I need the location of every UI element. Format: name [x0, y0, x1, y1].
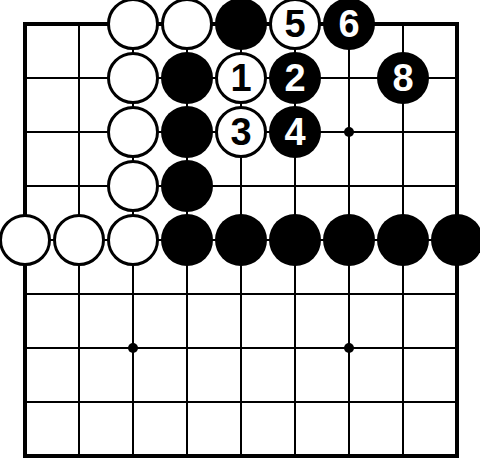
intersection	[0, 375, 52, 429]
intersection	[430, 321, 480, 375]
black-stone	[161, 106, 213, 158]
intersection	[376, 429, 430, 458]
intersection: 2	[268, 51, 322, 105]
white-stone: 3	[215, 106, 267, 158]
black-stone	[431, 214, 480, 266]
intersection	[106, 159, 160, 213]
intersection	[0, 321, 52, 375]
black-stone: 2	[269, 52, 321, 104]
black-stone	[269, 214, 321, 266]
intersection	[430, 0, 480, 51]
white-stone	[107, 160, 159, 212]
intersection	[52, 159, 106, 213]
intersection	[160, 267, 214, 321]
black-stone	[377, 214, 429, 266]
intersection	[160, 0, 214, 51]
intersection: 6	[322, 0, 376, 51]
white-stone	[0, 214, 51, 266]
black-stone	[161, 214, 213, 266]
intersection	[52, 429, 106, 458]
intersection	[430, 375, 480, 429]
move-number: 2	[284, 59, 305, 97]
white-stone	[53, 214, 105, 266]
white-stone: 1	[215, 52, 267, 104]
intersection	[322, 51, 376, 105]
black-stone: 8	[377, 52, 429, 104]
intersection	[268, 159, 322, 213]
intersection	[160, 159, 214, 213]
move-number: 3	[230, 113, 251, 151]
intersection	[268, 429, 322, 458]
intersection-grid: 5612834	[0, 0, 480, 458]
intersection	[106, 321, 160, 375]
intersection	[376, 159, 430, 213]
intersection	[376, 213, 430, 267]
intersection	[106, 429, 160, 458]
intersection	[106, 375, 160, 429]
black-stone	[215, 214, 267, 266]
intersection	[214, 159, 268, 213]
intersection	[106, 0, 160, 51]
white-stone	[161, 0, 213, 50]
move-number: 4	[284, 113, 305, 151]
intersection	[430, 429, 480, 458]
intersection: 8	[376, 51, 430, 105]
intersection	[376, 375, 430, 429]
black-stone	[161, 52, 213, 104]
intersection	[160, 213, 214, 267]
intersection: 4	[268, 105, 322, 159]
intersection	[160, 321, 214, 375]
white-stone	[107, 0, 159, 50]
move-number: 1	[230, 59, 251, 97]
intersection	[0, 0, 52, 51]
white-stone	[107, 52, 159, 104]
intersection	[268, 321, 322, 375]
intersection	[106, 105, 160, 159]
intersection	[322, 429, 376, 458]
intersection	[0, 105, 52, 159]
intersection: 3	[214, 105, 268, 159]
white-stone: 5	[269, 0, 321, 50]
intersection	[0, 267, 52, 321]
intersection	[214, 429, 268, 458]
intersection	[322, 105, 376, 159]
intersection	[268, 375, 322, 429]
intersection	[0, 159, 52, 213]
intersection	[52, 51, 106, 105]
go-board-diagram: 5612834	[0, 0, 480, 458]
intersection	[268, 213, 322, 267]
intersection	[52, 321, 106, 375]
intersection	[52, 213, 106, 267]
intersection	[52, 105, 106, 159]
intersection	[322, 375, 376, 429]
intersection	[376, 321, 430, 375]
intersection	[106, 213, 160, 267]
intersection	[430, 105, 480, 159]
intersection	[52, 267, 106, 321]
intersection	[0, 429, 52, 458]
intersection	[106, 267, 160, 321]
black-stone	[215, 0, 267, 50]
intersection	[160, 51, 214, 105]
move-number: 8	[392, 59, 413, 97]
intersection	[322, 213, 376, 267]
intersection	[214, 321, 268, 375]
intersection	[0, 51, 52, 105]
intersection	[0, 213, 52, 267]
intersection: 5	[268, 0, 322, 51]
intersection	[52, 375, 106, 429]
intersection	[106, 51, 160, 105]
white-stone	[107, 106, 159, 158]
intersection	[322, 321, 376, 375]
intersection	[430, 159, 480, 213]
move-number: 6	[338, 5, 359, 43]
intersection	[268, 267, 322, 321]
intersection	[214, 375, 268, 429]
intersection	[376, 105, 430, 159]
intersection	[430, 213, 480, 267]
black-stone: 6	[323, 0, 375, 50]
intersection	[214, 0, 268, 51]
intersection	[160, 375, 214, 429]
intersection	[214, 213, 268, 267]
intersection	[430, 267, 480, 321]
intersection	[160, 105, 214, 159]
intersection	[322, 267, 376, 321]
intersection	[214, 267, 268, 321]
black-stone	[161, 160, 213, 212]
move-number: 5	[284, 5, 305, 43]
intersection	[376, 0, 430, 51]
intersection	[160, 429, 214, 458]
intersection	[430, 51, 480, 105]
black-stone	[323, 214, 375, 266]
intersection	[322, 159, 376, 213]
black-stone: 4	[269, 106, 321, 158]
intersection: 1	[214, 51, 268, 105]
intersection	[376, 267, 430, 321]
white-stone	[107, 214, 159, 266]
intersection	[52, 0, 106, 51]
